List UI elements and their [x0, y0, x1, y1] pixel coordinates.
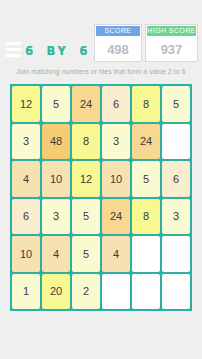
cell-r5c2[interactable]: 4	[42, 236, 70, 272]
cell-r3c4[interactable]: 10	[102, 161, 130, 197]
instruction-text: Join matching numbers or tiles that form…	[0, 68, 202, 75]
cell-r2c5[interactable]: 24	[132, 124, 160, 160]
cell-r1c2[interactable]: 5	[42, 86, 70, 122]
cell-r1c1[interactable]: 12	[12, 86, 40, 122]
cell-r2c6	[162, 124, 190, 160]
cell-r3c2[interactable]: 10	[42, 161, 70, 197]
cell-r3c6[interactable]: 6	[162, 161, 190, 197]
hamburger-menu-icon[interactable]	[5, 42, 22, 57]
hamburger-line	[5, 54, 21, 57]
cell-r3c3[interactable]: 12	[72, 161, 100, 197]
cell-r5c3[interactable]: 5	[72, 236, 100, 272]
cell-r6c2[interactable]: 20	[42, 274, 70, 310]
cell-r1c6[interactable]: 5	[162, 86, 190, 122]
high-score-value: 937	[146, 37, 197, 61]
hamburger-line	[5, 48, 21, 51]
cell-r2c1[interactable]: 3	[12, 124, 40, 160]
cell-r4c6[interactable]: 3	[162, 199, 190, 235]
cell-r2c4[interactable]: 3	[102, 124, 130, 160]
high-score-box: HIGH SCORE 937	[145, 24, 198, 62]
cell-r5c5	[132, 236, 160, 272]
cell-r5c4[interactable]: 4	[102, 236, 130, 272]
cell-r6c6	[162, 274, 190, 310]
cell-r5c1[interactable]: 10	[12, 236, 40, 272]
cell-r2c2[interactable]: 48	[42, 124, 70, 160]
cell-r5c6	[162, 236, 190, 272]
score-value: 498	[95, 37, 141, 61]
cell-r1c5[interactable]: 8	[132, 86, 160, 122]
high-score-label: HIGH SCORE	[147, 26, 196, 36]
cell-r4c1[interactable]: 6	[12, 199, 40, 235]
app-header: 6 BY 6 SCORE 498 HIGH SCORE 937	[0, 0, 202, 62]
hamburger-line	[5, 42, 21, 45]
cell-r3c1[interactable]: 4	[12, 161, 40, 197]
cell-r1c3[interactable]: 24	[72, 86, 100, 122]
cell-r6c4	[102, 274, 130, 310]
cell-r6c3[interactable]: 2	[72, 274, 100, 310]
cell-r4c2[interactable]: 3	[42, 199, 70, 235]
cell-r6c1[interactable]: 1	[12, 274, 40, 310]
cell-r3c5[interactable]: 5	[132, 161, 160, 197]
cell-r1c4[interactable]: 6	[102, 86, 130, 122]
page-title: 6 BY 6	[25, 43, 90, 58]
cell-r2c3[interactable]: 8	[72, 124, 100, 160]
cell-r4c5[interactable]: 8	[132, 199, 160, 235]
score-panel: SCORE 498 HIGH SCORE 937	[94, 24, 198, 62]
cell-r4c4[interactable]: 24	[102, 199, 130, 235]
cell-r4c3[interactable]: 5	[72, 199, 100, 235]
game-board[interactable]: 1252468534883244101210566352483104541202	[10, 84, 192, 311]
score-label: SCORE	[96, 26, 140, 36]
cell-r6c5	[132, 274, 160, 310]
score-box: SCORE 498	[94, 24, 142, 62]
